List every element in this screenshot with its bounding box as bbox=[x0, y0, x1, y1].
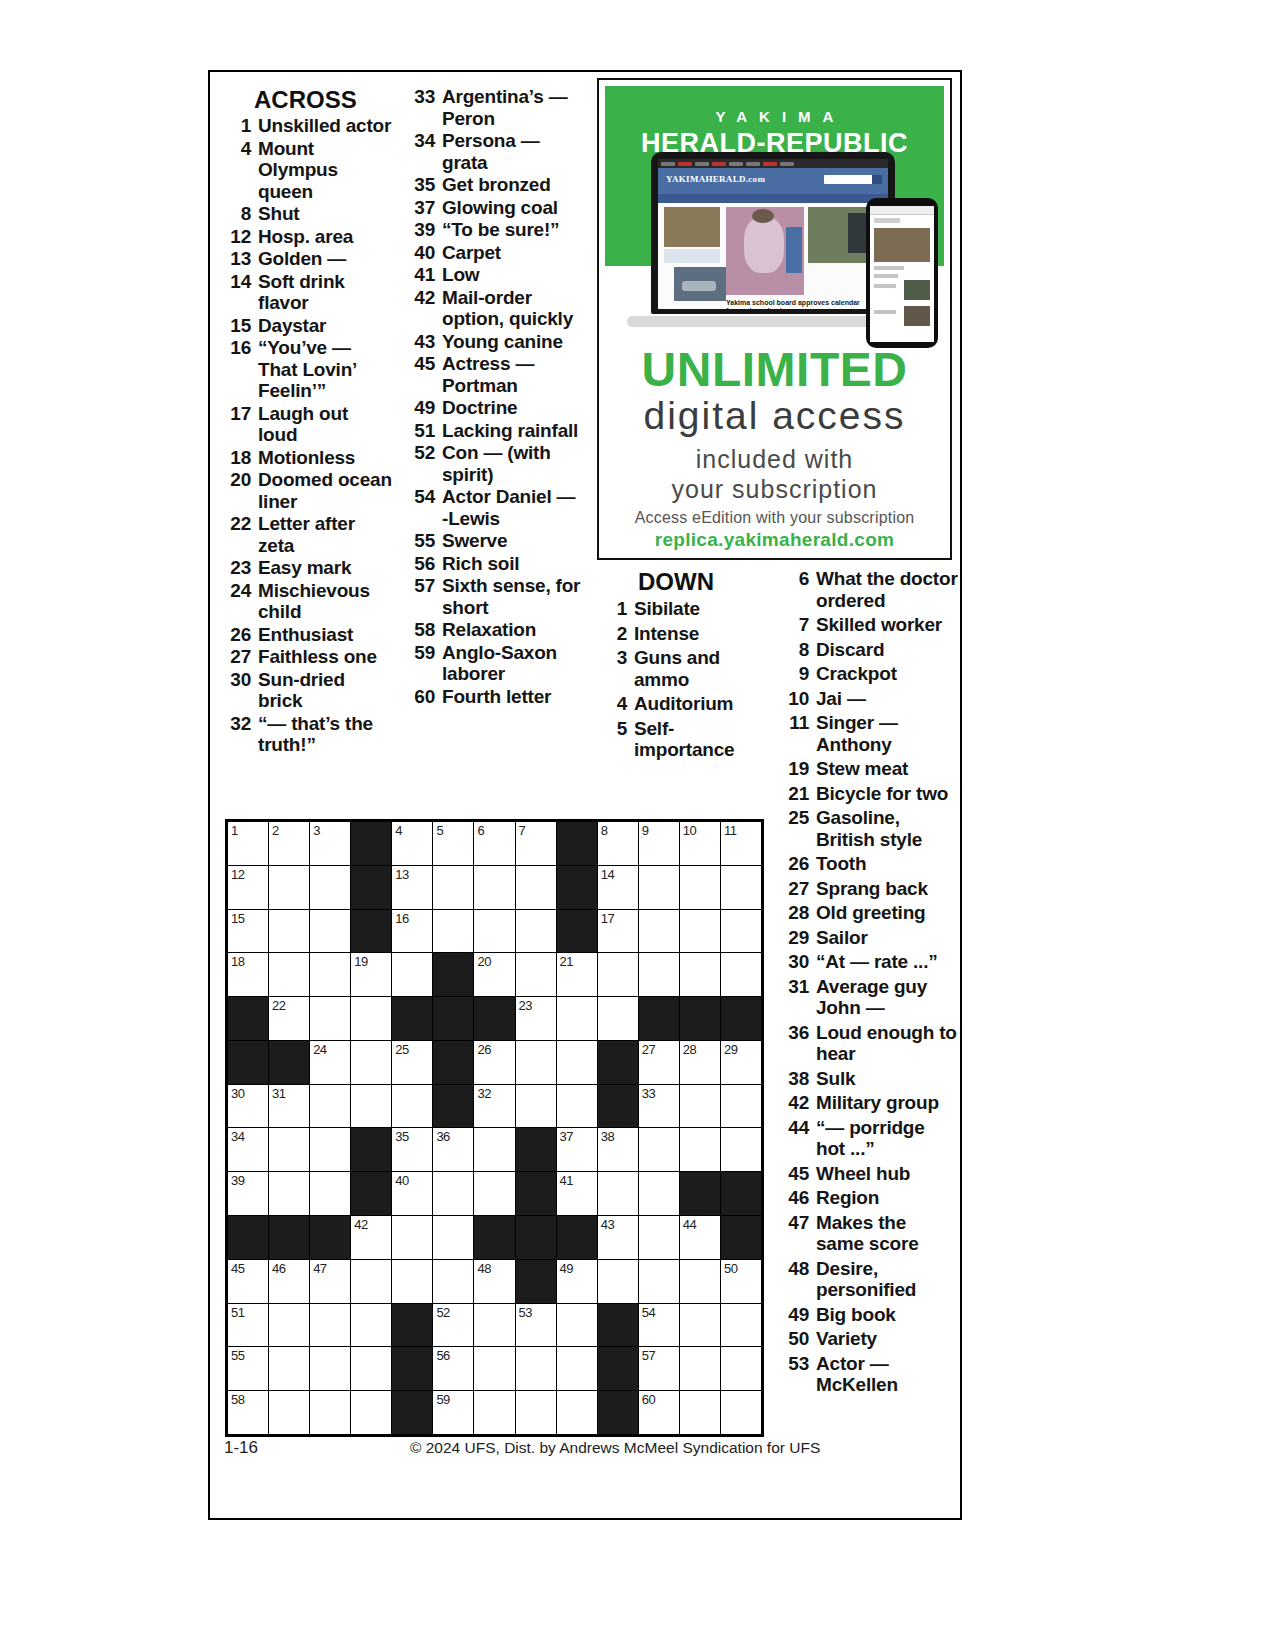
grid-cell[interactable] bbox=[269, 1128, 309, 1171]
cell-number: 57 bbox=[642, 1348, 655, 1363]
grid-cell[interactable]: 31 bbox=[269, 1085, 309, 1128]
grid-cell[interactable] bbox=[680, 1128, 720, 1171]
cell-number: 36 bbox=[436, 1129, 449, 1144]
clue-text: Makes the same score bbox=[816, 1212, 958, 1255]
clue-text: Sun-dried brick bbox=[258, 669, 392, 712]
cell-number: 51 bbox=[231, 1305, 244, 1320]
grid-cell[interactable]: 37 bbox=[557, 1128, 597, 1171]
clue-item: 11Singer — Anthony bbox=[782, 712, 958, 755]
grid-cell[interactable] bbox=[680, 866, 720, 909]
grid-cell[interactable]: 47 bbox=[310, 1260, 350, 1303]
grid-cell[interactable]: 26 bbox=[474, 1041, 514, 1084]
clue-number: 39 bbox=[408, 219, 442, 241]
clue-number: 27 bbox=[224, 646, 258, 668]
clue-item: 22Letter after zeta bbox=[224, 513, 392, 556]
grid-cell[interactable] bbox=[269, 953, 309, 996]
clue-text: Fourth letter bbox=[442, 686, 586, 708]
grid-cell[interactable]: 1 bbox=[228, 822, 268, 865]
grid-cell[interactable] bbox=[680, 910, 720, 953]
grid-cell[interactable] bbox=[310, 997, 350, 1040]
clue-item: 42Military group bbox=[782, 1092, 958, 1114]
clue-text: Sprang back bbox=[816, 878, 958, 900]
grid-cell[interactable]: 20 bbox=[474, 953, 514, 996]
grid-cell[interactable]: 58 bbox=[228, 1391, 268, 1434]
grid-cell[interactable]: 7 bbox=[516, 822, 556, 865]
across-clues-col1: 1Unskilled actor4Mount Olympus queen8Shu… bbox=[224, 115, 392, 757]
grid-cell[interactable] bbox=[310, 866, 350, 909]
grid-cell[interactable]: 10 bbox=[680, 822, 720, 865]
black-cell bbox=[351, 1128, 391, 1171]
clue-text: Wheel hub bbox=[816, 1163, 958, 1185]
cell-number: 10 bbox=[683, 823, 696, 838]
website-content: Yakima school board approves calendar fo… bbox=[658, 203, 888, 309]
clue-text: Discard bbox=[816, 639, 958, 661]
clue-number: 4 bbox=[224, 138, 258, 203]
grid-cell[interactable] bbox=[433, 1260, 473, 1303]
grid-cell[interactable] bbox=[310, 910, 350, 953]
grid-cell[interactable] bbox=[680, 1260, 720, 1303]
grid-cell[interactable] bbox=[310, 1128, 350, 1171]
clue-text: Stew meat bbox=[816, 758, 958, 780]
clue-item: 49Big book bbox=[782, 1304, 958, 1326]
grid-cell[interactable] bbox=[639, 953, 679, 996]
clue-text: Con — (with spirit) bbox=[442, 442, 586, 485]
grid-cell[interactable] bbox=[433, 910, 473, 953]
grid-cell[interactable]: 4 bbox=[392, 822, 432, 865]
clue-item: 35Get bronzed bbox=[408, 174, 586, 196]
grid-cell[interactable]: 54 bbox=[639, 1304, 679, 1347]
grid-cell[interactable] bbox=[639, 1216, 679, 1259]
grid-cell[interactable]: 14 bbox=[598, 866, 638, 909]
grid-cell[interactable] bbox=[516, 1347, 556, 1390]
black-cell bbox=[598, 1085, 638, 1128]
ad-subscription-note: included with your subscription bbox=[599, 444, 950, 504]
clue-text: Laugh out loud bbox=[258, 403, 392, 446]
black-cell bbox=[721, 997, 761, 1040]
grid-cell[interactable] bbox=[680, 1391, 720, 1434]
grid-cell[interactable]: 57 bbox=[639, 1347, 679, 1390]
clue-item: 41Low bbox=[408, 264, 586, 286]
clue-item: 30Sun-dried brick bbox=[224, 669, 392, 712]
cell-number: 13 bbox=[395, 867, 408, 882]
grid-cell[interactable]: 43 bbox=[598, 1216, 638, 1259]
clue-item: 50Variety bbox=[782, 1328, 958, 1350]
grid-cell[interactable] bbox=[721, 1347, 761, 1390]
grid-cell[interactable] bbox=[474, 1347, 514, 1390]
clue-text: Soft drink flavor bbox=[258, 271, 392, 314]
grid-cell[interactable]: 55 bbox=[228, 1347, 268, 1390]
clue-text: Mischievous child bbox=[258, 580, 392, 623]
grid-cell[interactable]: 27 bbox=[639, 1041, 679, 1084]
grid-cell[interactable] bbox=[310, 1391, 350, 1434]
cell-number: 50 bbox=[724, 1261, 737, 1276]
cell-number: 22 bbox=[272, 998, 285, 1013]
clue-number: 22 bbox=[224, 513, 258, 556]
grid-cell[interactable] bbox=[269, 866, 309, 909]
news-caption-block bbox=[664, 249, 720, 263]
grid-cell[interactable] bbox=[557, 1085, 597, 1128]
clue-number: 42 bbox=[408, 287, 442, 330]
grid-cell[interactable]: 36 bbox=[433, 1128, 473, 1171]
grid-cell[interactable] bbox=[516, 1041, 556, 1084]
clue-text: “— that’s the truth!” bbox=[258, 713, 392, 756]
black-cell bbox=[598, 1391, 638, 1434]
clue-number: 20 bbox=[224, 469, 258, 512]
clue-number: 26 bbox=[224, 624, 258, 646]
grid-cell[interactable]: 28 bbox=[680, 1041, 720, 1084]
cell-number: 20 bbox=[477, 954, 490, 969]
grid-cell[interactable] bbox=[516, 1391, 556, 1434]
grid-cell[interactable]: 15 bbox=[228, 910, 268, 953]
grid-cell[interactable] bbox=[557, 997, 597, 1040]
grid-cell[interactable]: 11 bbox=[721, 822, 761, 865]
clue-text: Argentina’s — Peron bbox=[442, 86, 586, 129]
clue-item: 14Soft drink flavor bbox=[224, 271, 392, 314]
grid-cell[interactable] bbox=[721, 866, 761, 909]
grid-cell[interactable] bbox=[351, 1085, 391, 1128]
grid-cell[interactable]: 40 bbox=[392, 1172, 432, 1215]
black-cell bbox=[557, 1216, 597, 1259]
grid-cell[interactable]: 19 bbox=[351, 953, 391, 996]
grid-cell[interactable]: 21 bbox=[557, 953, 597, 996]
grid-cell[interactable] bbox=[680, 1347, 720, 1390]
grid-cell[interactable] bbox=[516, 866, 556, 909]
clue-number: 18 bbox=[224, 447, 258, 469]
cell-number: 45 bbox=[231, 1261, 244, 1276]
black-cell bbox=[269, 1041, 309, 1084]
clue-text: Bicycle for two bbox=[816, 783, 958, 805]
black-cell bbox=[351, 866, 391, 909]
news-photo-bus bbox=[808, 207, 874, 263]
grid-cell[interactable] bbox=[721, 1128, 761, 1171]
grid-cell[interactable] bbox=[351, 1304, 391, 1347]
grid-cell[interactable] bbox=[557, 1304, 597, 1347]
black-cell bbox=[721, 1172, 761, 1215]
black-cell bbox=[392, 1347, 432, 1390]
clue-number: 3 bbox=[600, 647, 634, 690]
cell-number: 16 bbox=[395, 911, 408, 926]
grid-cell[interactable] bbox=[474, 1128, 514, 1171]
grid-cell[interactable]: 9 bbox=[639, 822, 679, 865]
clue-text: Rich soil bbox=[442, 553, 586, 575]
clue-text: Sailor bbox=[816, 927, 958, 949]
grid-cell[interactable] bbox=[269, 1347, 309, 1390]
cell-number: 56 bbox=[436, 1348, 449, 1363]
grid-cell[interactable] bbox=[351, 1260, 391, 1303]
ad-headline-digital-access: digital access bbox=[599, 394, 950, 438]
grid-cell[interactable]: 24 bbox=[310, 1041, 350, 1084]
clue-number: 16 bbox=[224, 337, 258, 402]
clue-item: 16“You’ve — That Lovin’ Feelin’” bbox=[224, 337, 392, 402]
grid-cell[interactable] bbox=[351, 1347, 391, 1390]
grid-cell[interactable] bbox=[721, 1391, 761, 1434]
grid-cell[interactable] bbox=[474, 1391, 514, 1434]
clue-text: Anglo-Saxon laborer bbox=[442, 642, 586, 685]
grid-cell[interactable]: 49 bbox=[557, 1260, 597, 1303]
clue-number: 30 bbox=[224, 669, 258, 712]
clue-number: 35 bbox=[408, 174, 442, 196]
grid-cell[interactable] bbox=[516, 1085, 556, 1128]
clue-number: 10 bbox=[782, 688, 816, 710]
clue-item: 57Sixth sense, for short bbox=[408, 575, 586, 618]
clue-item: 60Fourth letter bbox=[408, 686, 586, 708]
grid-cell[interactable]: 32 bbox=[474, 1085, 514, 1128]
grid-cell[interactable]: 18 bbox=[228, 953, 268, 996]
grid-cell[interactable]: 59 bbox=[433, 1391, 473, 1434]
clue-number: 51 bbox=[408, 420, 442, 442]
cell-number: 14 bbox=[601, 867, 614, 882]
laptop-screen: YAKIMAHERALD.com Yakima school board app… bbox=[658, 159, 888, 309]
clue-text: Swerve bbox=[442, 530, 586, 552]
grid-cell[interactable] bbox=[721, 1304, 761, 1347]
clue-number: 14 bbox=[224, 271, 258, 314]
grid-cell[interactable] bbox=[310, 953, 350, 996]
clue-text: Self-importance bbox=[634, 718, 772, 761]
grid-cell[interactable] bbox=[680, 953, 720, 996]
grid-cell[interactable] bbox=[639, 1172, 679, 1215]
clue-text: “— porridge hot ...” bbox=[816, 1117, 958, 1160]
black-cell bbox=[228, 1041, 268, 1084]
grid-cell[interactable] bbox=[474, 1172, 514, 1215]
grid-cell[interactable] bbox=[516, 910, 556, 953]
grid-cell[interactable] bbox=[392, 953, 432, 996]
grid-cell[interactable] bbox=[557, 1347, 597, 1390]
grid-cell[interactable]: 42 bbox=[351, 1216, 391, 1259]
grid-cell[interactable]: 46 bbox=[269, 1260, 309, 1303]
clue-text: Doomed ocean liner bbox=[258, 469, 392, 512]
grid-cell[interactable] bbox=[392, 1260, 432, 1303]
grid-cell[interactable]: 25 bbox=[392, 1041, 432, 1084]
grid-cell[interactable] bbox=[721, 953, 761, 996]
grid-cell[interactable] bbox=[351, 1391, 391, 1434]
cell-number: 8 bbox=[601, 823, 608, 838]
clue-number: 45 bbox=[408, 353, 442, 396]
grid-cell[interactable]: 53 bbox=[516, 1304, 556, 1347]
grid-cell[interactable]: 56 bbox=[433, 1347, 473, 1390]
clue-text: Gasoline, British style bbox=[816, 807, 958, 850]
cell-number: 35 bbox=[395, 1129, 408, 1144]
clue-number: 55 bbox=[408, 530, 442, 552]
cell-number: 52 bbox=[436, 1305, 449, 1320]
clue-number: 57 bbox=[408, 575, 442, 618]
cell-number: 37 bbox=[560, 1129, 573, 1144]
clue-item: 6What the doctor ordered bbox=[782, 568, 958, 611]
grid-cell[interactable] bbox=[269, 1172, 309, 1215]
cell-number: 17 bbox=[601, 911, 614, 926]
copyright-line: © 2024 UFS, Dist. by Andrews McMeel Synd… bbox=[410, 1439, 820, 1457]
grid-cell[interactable]: 35 bbox=[392, 1128, 432, 1171]
grid-cell[interactable]: 29 bbox=[721, 1041, 761, 1084]
grid-cell[interactable]: 5 bbox=[433, 822, 473, 865]
laptop-mockup: YAKIMAHERALD.com Yakima school board app… bbox=[651, 152, 895, 314]
cell-number: 12 bbox=[231, 867, 244, 882]
grid-cell[interactable] bbox=[392, 1216, 432, 1259]
grid-cell[interactable]: 12 bbox=[228, 866, 268, 909]
puzzle-date-code: 1-16 bbox=[224, 1438, 258, 1458]
grid-cell[interactable] bbox=[598, 1172, 638, 1215]
clue-number: 27 bbox=[782, 878, 816, 900]
grid-cell[interactable]: 45 bbox=[228, 1260, 268, 1303]
black-cell bbox=[228, 1216, 268, 1259]
clue-number: 19 bbox=[782, 758, 816, 780]
clue-text: Auditorium bbox=[634, 693, 772, 715]
grid-cell[interactable] bbox=[474, 866, 514, 909]
clue-text: Shut bbox=[258, 203, 392, 225]
grid-cell[interactable] bbox=[392, 1085, 432, 1128]
cell-number: 31 bbox=[272, 1086, 285, 1101]
clue-text: Lacking rainfall bbox=[442, 420, 586, 442]
cell-number: 5 bbox=[436, 823, 443, 838]
grid-cell[interactable]: 16 bbox=[392, 910, 432, 953]
grid-cell[interactable]: 30 bbox=[228, 1085, 268, 1128]
clue-item: 58Relaxation bbox=[408, 619, 586, 641]
clue-text: Hosp. area bbox=[258, 226, 392, 248]
grid-cell[interactable] bbox=[474, 910, 514, 953]
grid-cell[interactable] bbox=[433, 1216, 473, 1259]
grid-cell[interactable] bbox=[639, 866, 679, 909]
grid-cell[interactable] bbox=[269, 1304, 309, 1347]
grid-cell[interactable] bbox=[557, 1391, 597, 1434]
grid-cell[interactable] bbox=[639, 1128, 679, 1171]
grid-cell[interactable] bbox=[310, 1347, 350, 1390]
grid-cell[interactable] bbox=[310, 1172, 350, 1215]
news-photo-main bbox=[726, 207, 804, 295]
clue-text: Mail-order option, quickly bbox=[442, 287, 586, 330]
grid-cell[interactable]: 33 bbox=[639, 1085, 679, 1128]
ad-sub-line2: your subscription bbox=[599, 474, 950, 504]
clue-number: 33 bbox=[408, 86, 442, 129]
grid-cell[interactable] bbox=[557, 1041, 597, 1084]
grid-cell[interactable]: 13 bbox=[392, 866, 432, 909]
clue-text: Tooth bbox=[816, 853, 958, 875]
clue-number: 23 bbox=[224, 557, 258, 579]
ad-brand-yakima: YAKIMA bbox=[605, 108, 944, 125]
clue-item: 13Golden — bbox=[224, 248, 392, 270]
grid-cell[interactable] bbox=[351, 1041, 391, 1084]
clue-number: 50 bbox=[782, 1328, 816, 1350]
news-headline: Yakima school board approves calendar fo… bbox=[726, 299, 871, 309]
clue-text: Skilled worker bbox=[816, 614, 958, 636]
grid-cell[interactable] bbox=[433, 1172, 473, 1215]
clue-item: 26Enthusiast bbox=[224, 624, 392, 646]
grid-cell[interactable] bbox=[516, 953, 556, 996]
clue-text: Region bbox=[816, 1187, 958, 1209]
ad-replica-url[interactable]: replica.yakimaherald.com bbox=[599, 529, 950, 551]
clue-item: 51Lacking rainfall bbox=[408, 420, 586, 442]
grid-cell[interactable]: 23 bbox=[516, 997, 556, 1040]
grid-cell[interactable] bbox=[598, 1260, 638, 1303]
grid-cell[interactable]: 41 bbox=[557, 1172, 597, 1215]
clue-text: Persona — grata bbox=[442, 130, 586, 173]
grid-cell[interactable] bbox=[269, 1391, 309, 1434]
clue-text: Actor — McKellen bbox=[816, 1353, 958, 1396]
clue-item: 3Guns and ammo bbox=[600, 647, 772, 690]
grid-cell[interactable] bbox=[639, 910, 679, 953]
clue-number: 60 bbox=[408, 686, 442, 708]
clue-number: 53 bbox=[782, 1353, 816, 1396]
clue-item: 31Average guy John — bbox=[782, 976, 958, 1019]
clue-item: 56Rich soil bbox=[408, 553, 586, 575]
cell-number: 25 bbox=[395, 1042, 408, 1057]
browser-tab-bar bbox=[658, 159, 888, 168]
grid-cell[interactable] bbox=[474, 1304, 514, 1347]
grid-cell[interactable]: 52 bbox=[433, 1304, 473, 1347]
clue-text: Average guy John — bbox=[816, 976, 958, 1019]
search-button bbox=[872, 175, 882, 184]
grid-cell[interactable]: 22 bbox=[269, 997, 309, 1040]
grid-cell[interactable]: 48 bbox=[474, 1260, 514, 1303]
clue-item: 21Bicycle for two bbox=[782, 783, 958, 805]
clue-number: 43 bbox=[408, 331, 442, 353]
clue-item: 4Auditorium bbox=[600, 693, 772, 715]
grid-cell[interactable]: 34 bbox=[228, 1128, 268, 1171]
grid-cell[interactable] bbox=[310, 1085, 350, 1128]
cell-number: 33 bbox=[642, 1086, 655, 1101]
grid-cell[interactable]: 60 bbox=[639, 1391, 679, 1434]
clue-item: 59Anglo-Saxon laborer bbox=[408, 642, 586, 685]
cell-number: 42 bbox=[354, 1217, 367, 1232]
clue-text: Sibilate bbox=[634, 598, 772, 620]
grid-cell[interactable] bbox=[598, 953, 638, 996]
grid-cell[interactable] bbox=[269, 910, 309, 953]
grid-cell[interactable]: 2 bbox=[269, 822, 309, 865]
grid-cell[interactable] bbox=[639, 1260, 679, 1303]
cell-number: 32 bbox=[477, 1086, 490, 1101]
clue-text: Loud enough to hear bbox=[816, 1022, 958, 1065]
clue-item: 55Swerve bbox=[408, 530, 586, 552]
clue-number: 34 bbox=[408, 130, 442, 173]
clue-number: 30 bbox=[782, 951, 816, 973]
cell-number: 15 bbox=[231, 911, 244, 926]
grid-cell[interactable] bbox=[433, 866, 473, 909]
grid-cell[interactable]: 44 bbox=[680, 1216, 720, 1259]
grid-cell[interactable]: 3 bbox=[310, 822, 350, 865]
clue-item: 9Crackpot bbox=[782, 663, 958, 685]
grid-cell[interactable]: 8 bbox=[598, 822, 638, 865]
grid-cell[interactable]: 50 bbox=[721, 1260, 761, 1303]
clue-text: Unskilled actor bbox=[258, 115, 392, 137]
clue-number: 21 bbox=[782, 783, 816, 805]
clue-item: 26Tooth bbox=[782, 853, 958, 875]
grid-cell[interactable] bbox=[680, 1304, 720, 1347]
grid-cell[interactable] bbox=[680, 1085, 720, 1128]
cell-number: 48 bbox=[477, 1261, 490, 1276]
clue-item: 46Region bbox=[782, 1187, 958, 1209]
grid-cell[interactable] bbox=[351, 997, 391, 1040]
clue-text: “You’ve — That Lovin’ Feelin’” bbox=[258, 337, 392, 402]
clue-number: 8 bbox=[224, 203, 258, 225]
grid-cell[interactable] bbox=[310, 1304, 350, 1347]
grid-cell[interactable] bbox=[721, 910, 761, 953]
grid-cell[interactable]: 51 bbox=[228, 1304, 268, 1347]
down-heading: DOWN bbox=[638, 568, 714, 596]
cell-number: 49 bbox=[560, 1261, 573, 1276]
grid-cell[interactable]: 39 bbox=[228, 1172, 268, 1215]
clue-text: Actor Daniel — -Lewis bbox=[442, 486, 586, 529]
cell-number: 58 bbox=[231, 1392, 244, 1407]
cell-number: 39 bbox=[231, 1173, 244, 1188]
clue-number: 8 bbox=[782, 639, 816, 661]
clue-number: 7 bbox=[782, 614, 816, 636]
clue-number: 13 bbox=[224, 248, 258, 270]
grid-cell[interactable]: 6 bbox=[474, 822, 514, 865]
clue-item: 44“— porridge hot ...” bbox=[782, 1117, 958, 1160]
cell-number: 44 bbox=[683, 1217, 696, 1232]
grid-cell[interactable] bbox=[721, 1085, 761, 1128]
grid-cell[interactable]: 38 bbox=[598, 1128, 638, 1171]
grid-cell[interactable]: 17 bbox=[598, 910, 638, 953]
grid-cell[interactable] bbox=[598, 997, 638, 1040]
